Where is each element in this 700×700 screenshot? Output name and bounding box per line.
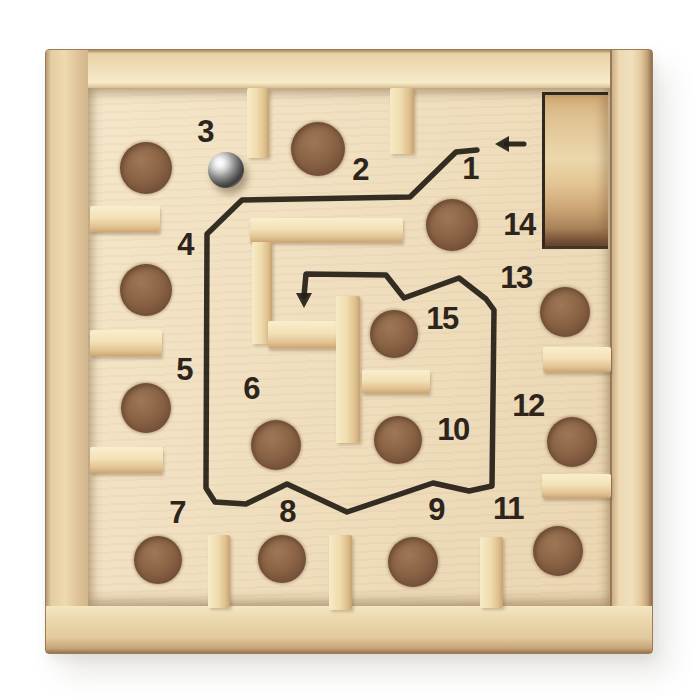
hole-number: 5 [176, 354, 192, 385]
hole-number: 8 [279, 496, 295, 527]
hole [388, 537, 438, 587]
maze-wall [268, 321, 340, 348]
hole [370, 310, 418, 358]
hole-number: 13 [500, 262, 531, 293]
maze-wall [336, 296, 360, 443]
hole-number: 14 [503, 209, 534, 240]
entry-arrow-head-icon [495, 136, 509, 152]
hole [291, 122, 345, 176]
hole [121, 383, 171, 433]
maze-wall [362, 370, 430, 393]
maze-wall [250, 218, 403, 242]
hole [540, 287, 590, 337]
frame-left [46, 50, 88, 653]
hole-number: 11 [493, 493, 523, 524]
maze-wall [208, 535, 230, 608]
hole-number: 15 [426, 303, 457, 334]
photo-background: 123456789101112131415 [0, 0, 700, 700]
hole-number: 2 [352, 154, 368, 185]
maze-wall [543, 347, 611, 372]
maze-wall [480, 537, 503, 608]
frame-top [46, 50, 652, 88]
labyrinth-board: 123456789101112131415 [46, 50, 652, 653]
maze-wall [90, 447, 163, 473]
hole-number: 9 [428, 494, 444, 525]
hole [120, 264, 172, 316]
maze-wall [390, 88, 414, 154]
hole-number: 3 [197, 116, 213, 147]
maze-surface: 123456789101112131415 [88, 88, 610, 606]
hole-number: 6 [243, 373, 259, 404]
hole [134, 536, 182, 584]
hole [258, 535, 306, 583]
hole [533, 526, 583, 576]
maze-wall [329, 535, 352, 610]
frame-bottom [46, 606, 652, 653]
maze-wall [542, 474, 611, 498]
maze-wall [90, 206, 160, 232]
hole-number: 12 [512, 390, 543, 421]
hole-number: 10 [437, 414, 468, 445]
hole [426, 199, 478, 251]
hole [251, 420, 301, 470]
maze-wall [90, 330, 162, 356]
hole [374, 416, 422, 464]
ball-entry-recess [542, 92, 608, 249]
hole [547, 417, 597, 467]
hole-number: 7 [169, 497, 185, 528]
hole-number: 1 [462, 153, 478, 184]
steel-ball[interactable] [208, 152, 244, 188]
hole-number: 4 [177, 229, 193, 260]
hole [120, 142, 172, 194]
maze-wall [247, 88, 269, 158]
frame-right [610, 50, 652, 653]
end-arrow-head-icon [296, 293, 312, 308]
